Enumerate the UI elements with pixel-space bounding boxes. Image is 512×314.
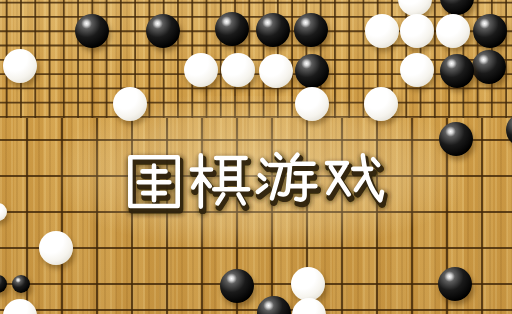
white-stone [221,53,255,87]
white-stone [295,87,329,121]
white-stone [364,87,398,121]
go-board[interactable]: 围棋游戏 [0,0,512,314]
title-char-2 [192,155,250,210]
black-stone [438,267,472,301]
white-stone [0,203,7,221]
title-char-1 [130,157,179,209]
white-stone [3,299,37,314]
black-stone [294,13,328,47]
white-stone [39,231,73,265]
black-stone [439,122,473,156]
white-stone [113,87,147,121]
black-stone [506,113,512,147]
game-title-art [120,142,388,220]
black-stone [215,12,249,46]
white-stone [436,14,470,48]
black-stone [12,275,30,293]
black-stone [75,14,109,48]
black-stone [0,275,7,293]
white-stone [365,14,399,48]
white-stone [3,49,37,83]
black-stone [472,50,506,84]
black-stone [220,269,254,303]
black-stone [146,14,180,48]
title-char-4 [327,155,384,204]
white-stone [184,53,218,87]
title-char-3 [258,154,318,203]
black-stone [295,54,329,88]
game-title: 围棋游戏 [120,142,388,220]
black-stone [257,296,291,314]
black-stone [256,13,290,47]
white-stone [291,267,325,301]
black-stone [440,0,474,15]
white-stone [400,14,434,48]
black-stone [440,54,474,88]
black-stone [473,14,507,48]
white-stone [259,54,293,88]
white-stone [400,53,434,87]
white-stone [292,298,326,314]
